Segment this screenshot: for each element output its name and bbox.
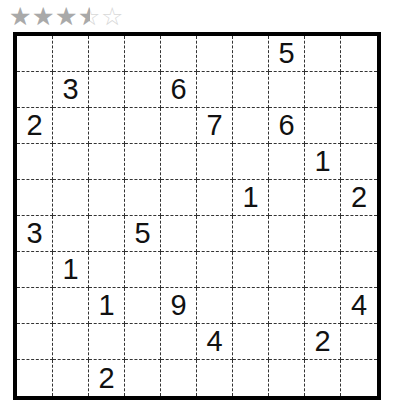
- cell-r5c4[interactable]: [125, 180, 161, 216]
- cell-r3c7[interactable]: [233, 108, 269, 144]
- cell-r3c1[interactable]: 2: [17, 108, 53, 144]
- cell-r10c8[interactable]: [269, 360, 305, 396]
- cell-r10c7[interactable]: [233, 360, 269, 396]
- cell-r5c5[interactable]: [161, 180, 197, 216]
- cell-r4c2[interactable]: [53, 144, 89, 180]
- cell-r6c6[interactable]: [197, 216, 233, 252]
- cell-r8c3[interactable]: 1: [89, 288, 125, 324]
- cell-r2c6[interactable]: [197, 72, 233, 108]
- cell-r3c9[interactable]: [305, 108, 341, 144]
- cell-r7c1[interactable]: [17, 252, 53, 288]
- cell-r6c8[interactable]: [269, 216, 305, 252]
- cell-r7c5[interactable]: [161, 252, 197, 288]
- cell-r3c6[interactable]: 7: [197, 108, 233, 144]
- cell-r8c6[interactable]: [197, 288, 233, 324]
- cell-r1c1[interactable]: [17, 36, 53, 72]
- cell-r5c6[interactable]: [197, 180, 233, 216]
- cell-r8c2[interactable]: [53, 288, 89, 324]
- cell-r4c1[interactable]: [17, 144, 53, 180]
- cell-r5c3[interactable]: [89, 180, 125, 216]
- cell-r5c10[interactable]: 2: [341, 180, 377, 216]
- cell-r10c9[interactable]: [305, 360, 341, 396]
- cell-r3c4[interactable]: [125, 108, 161, 144]
- cell-r2c2[interactable]: 3: [53, 72, 89, 108]
- cell-r3c3[interactable]: [89, 108, 125, 144]
- cell-r3c10[interactable]: [341, 108, 377, 144]
- cell-r8c4[interactable]: [125, 288, 161, 324]
- cell-r8c9[interactable]: [305, 288, 341, 324]
- star-icon-5: ☆★: [101, 2, 124, 30]
- cell-r4c8[interactable]: [269, 144, 305, 180]
- cell-r9c3[interactable]: [89, 324, 125, 360]
- cell-r3c5[interactable]: [161, 108, 197, 144]
- cell-r6c1[interactable]: 3: [17, 216, 53, 252]
- cell-r9c10[interactable]: [341, 324, 377, 360]
- cell-r1c2[interactable]: [53, 36, 89, 72]
- star-icon-1: ☆★: [9, 2, 32, 30]
- cell-r2c10[interactable]: [341, 72, 377, 108]
- cell-r7c4[interactable]: [125, 252, 161, 288]
- cell-r4c10[interactable]: [341, 144, 377, 180]
- cell-r5c7[interactable]: 1: [233, 180, 269, 216]
- cell-r5c1[interactable]: [17, 180, 53, 216]
- cell-r10c5[interactable]: [161, 360, 197, 396]
- cell-r2c7[interactable]: [233, 72, 269, 108]
- cell-r9c8[interactable]: [269, 324, 305, 360]
- cell-r5c9[interactable]: [305, 180, 341, 216]
- cell-r8c8[interactable]: [269, 288, 305, 324]
- cell-r7c6[interactable]: [197, 252, 233, 288]
- cell-r6c7[interactable]: [233, 216, 269, 252]
- cell-r7c7[interactable]: [233, 252, 269, 288]
- cell-r9c9[interactable]: 2: [305, 324, 341, 360]
- puzzle-board: 536276112351194422: [13, 32, 381, 400]
- cell-r6c10[interactable]: [341, 216, 377, 252]
- cell-r10c10[interactable]: [341, 360, 377, 396]
- cell-r4c9[interactable]: 1: [305, 144, 341, 180]
- cell-r10c3[interactable]: 2: [89, 360, 125, 396]
- star-icon-2: ☆★: [32, 2, 55, 30]
- cell-r4c5[interactable]: [161, 144, 197, 180]
- cell-r10c1[interactable]: [17, 360, 53, 396]
- difficulty-rating: ☆★☆★☆★☆★☆★: [9, 2, 124, 30]
- cell-r5c8[interactable]: [269, 180, 305, 216]
- cell-r2c5[interactable]: 6: [161, 72, 197, 108]
- cell-r7c3[interactable]: [89, 252, 125, 288]
- cell-r2c3[interactable]: [89, 72, 125, 108]
- cell-r7c2[interactable]: 1: [53, 252, 89, 288]
- cell-r8c5[interactable]: 9: [161, 288, 197, 324]
- cell-r1c4[interactable]: [125, 36, 161, 72]
- cell-r8c1[interactable]: [17, 288, 53, 324]
- cell-r9c5[interactable]: [161, 324, 197, 360]
- cell-r2c8[interactable]: [269, 72, 305, 108]
- cell-r1c3[interactable]: [89, 36, 125, 72]
- cell-r6c2[interactable]: [53, 216, 89, 252]
- cell-r6c4[interactable]: 5: [125, 216, 161, 252]
- cell-r8c10[interactable]: 4: [341, 288, 377, 324]
- cell-r9c6[interactable]: 4: [197, 324, 233, 360]
- cell-r3c2[interactable]: [53, 108, 89, 144]
- cell-r7c9[interactable]: [305, 252, 341, 288]
- cell-r1c10[interactable]: [341, 36, 377, 72]
- cell-r2c1[interactable]: [17, 72, 53, 108]
- star-icon-3: ☆★: [55, 2, 78, 30]
- cell-r1c7[interactable]: [233, 36, 269, 72]
- cell-r10c4[interactable]: [125, 360, 161, 396]
- cell-r4c3[interactable]: [89, 144, 125, 180]
- cell-r2c4[interactable]: [125, 72, 161, 108]
- cell-r4c7[interactable]: [233, 144, 269, 180]
- cell-r6c9[interactable]: [305, 216, 341, 252]
- cell-r9c1[interactable]: [17, 324, 53, 360]
- cell-r1c9[interactable]: [305, 36, 341, 72]
- cell-r6c5[interactable]: [161, 216, 197, 252]
- cell-r9c7[interactable]: [233, 324, 269, 360]
- cell-r9c4[interactable]: [125, 324, 161, 360]
- cell-r4c4[interactable]: [125, 144, 161, 180]
- cell-r4c6[interactable]: [197, 144, 233, 180]
- cell-r1c6[interactable]: [197, 36, 233, 72]
- cell-r1c5[interactable]: [161, 36, 197, 72]
- cell-r7c10[interactable]: [341, 252, 377, 288]
- cell-r10c2[interactable]: [53, 360, 89, 396]
- star-icon-4: ☆★: [78, 2, 101, 30]
- cell-r3c8[interactable]: 6: [269, 108, 305, 144]
- cell-r1c8[interactable]: 5: [269, 36, 305, 72]
- cell-r5c2[interactable]: [53, 180, 89, 216]
- cell-r6c3[interactable]: [89, 216, 125, 252]
- cell-r8c7[interactable]: [233, 288, 269, 324]
- cell-r10c6[interactable]: [197, 360, 233, 396]
- cell-r9c2[interactable]: [53, 324, 89, 360]
- cell-r2c9[interactable]: [305, 72, 341, 108]
- cell-r7c8[interactable]: [269, 252, 305, 288]
